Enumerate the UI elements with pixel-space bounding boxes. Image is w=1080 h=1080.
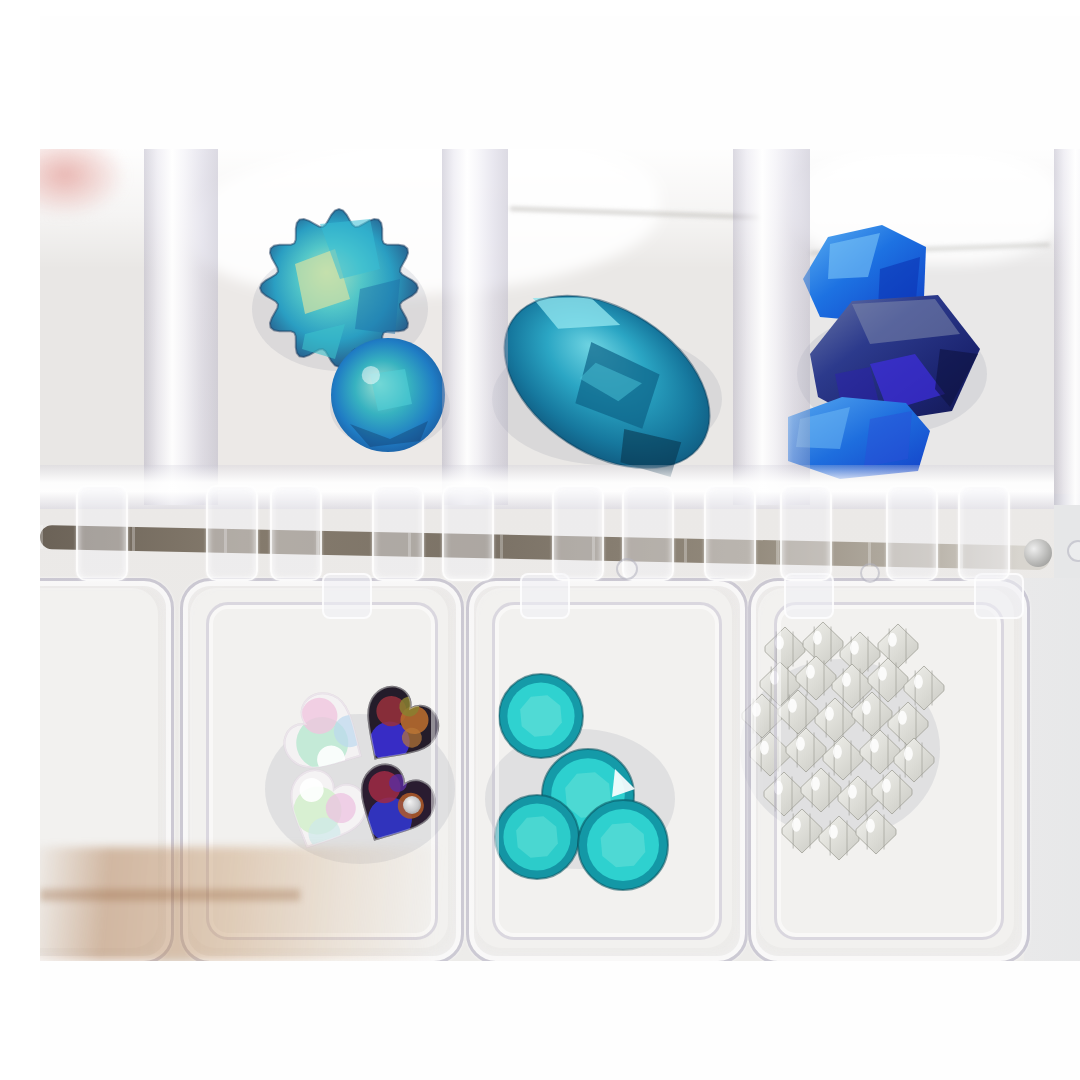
base-hinge-tab-1	[322, 573, 372, 619]
hinge-knuckle	[206, 485, 258, 581]
tan-reflection-streak	[40, 889, 300, 901]
gem-round-blue	[331, 338, 445, 452]
base-lip-3	[492, 602, 722, 940]
hinge-hole	[860, 563, 880, 583]
lid-wall-1	[144, 149, 218, 505]
hinge-knuckle	[76, 485, 128, 581]
lid-wall-2	[442, 149, 508, 505]
lid-wall-right-edge	[1054, 149, 1080, 505]
photo	[40, 149, 1080, 961]
hinge-knuckle	[442, 485, 494, 581]
letterbox-top	[40, 16, 1080, 149]
lid-wall-3	[733, 149, 810, 505]
tan-reflection	[40, 847, 470, 961]
base-lip-4	[774, 602, 1004, 940]
hinge-hole	[616, 558, 638, 580]
hinge-knuckle	[780, 485, 832, 581]
hinge-knuckle	[704, 485, 756, 581]
hinge-knuckle	[270, 485, 322, 581]
letterbox-bottom	[40, 961, 1080, 1080]
hinge-knuckle	[958, 485, 1010, 581]
photo-frame: Overhead photo of an open clear plastic …	[40, 16, 1080, 1080]
hinge-pin-end-cap	[1024, 539, 1052, 567]
hinge-knuckle	[886, 485, 938, 581]
hinge-knuckle	[372, 485, 424, 581]
hinge-knuckle	[552, 485, 604, 581]
